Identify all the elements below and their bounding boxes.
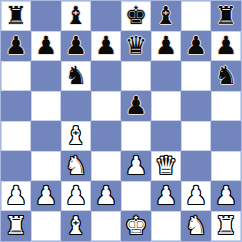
black-bishop: ♝ [155,3,177,28]
square-e4[interactable] [121,121,151,151]
square-b4[interactable] [31,121,61,151]
square-h7[interactable]: ♟ [211,31,241,61]
white-pawn: ♟ [125,153,147,178]
square-e6[interactable] [121,61,151,91]
square-f1[interactable] [151,211,181,241]
square-c7[interactable]: ♟ [61,31,91,61]
square-h8[interactable]: ♜ [211,1,241,31]
square-g6[interactable] [181,61,211,91]
black-knight: ♞ [215,63,237,88]
square-h3[interactable] [211,151,241,181]
square-b2[interactable]: ♟ [31,181,61,211]
square-a5[interactable] [1,91,31,121]
black-pawn: ♟ [155,33,177,58]
white-bishop: ♝ [65,213,87,238]
square-d6[interactable] [91,61,121,91]
square-f3[interactable]: ♛ [151,151,181,181]
square-c2[interactable]: ♟ [61,181,91,211]
black-pawn: ♟ [95,33,117,58]
square-f7[interactable]: ♟ [151,31,181,61]
white-pawn: ♟ [65,183,87,208]
square-c5[interactable] [61,91,91,121]
square-b1[interactable] [31,211,61,241]
square-f6[interactable] [151,61,181,91]
black-bishop: ♝ [65,3,87,28]
square-g4[interactable] [181,121,211,151]
black-pawn: ♟ [125,93,147,118]
square-h2[interactable]: ♟ [211,181,241,211]
square-d5[interactable] [91,91,121,121]
square-c3[interactable]: ♞ [61,151,91,181]
square-e7[interactable]: ♛ [121,31,151,61]
black-pawn: ♟ [215,33,237,58]
white-bishop: ♝ [65,123,87,148]
white-rook: ♜ [215,213,237,238]
square-e2[interactable] [121,181,151,211]
square-c1[interactable]: ♝ [61,211,91,241]
square-d8[interactable] [91,1,121,31]
square-a4[interactable] [1,121,31,151]
black-pawn: ♟ [65,33,87,58]
square-h6[interactable]: ♞ [211,61,241,91]
square-c8[interactable]: ♝ [61,1,91,31]
black-rook: ♜ [215,3,237,28]
square-a6[interactable] [1,61,31,91]
square-f8[interactable]: ♝ [151,1,181,31]
square-d7[interactable]: ♟ [91,31,121,61]
white-knight: ♞ [65,153,87,178]
black-queen: ♛ [125,33,147,58]
black-pawn: ♟ [35,33,57,58]
square-c6[interactable]: ♞ [61,61,91,91]
square-d1[interactable] [91,211,121,241]
square-b5[interactable] [31,91,61,121]
white-king: ♚ [125,213,147,238]
square-h1[interactable]: ♜ [211,211,241,241]
square-g1[interactable]: ♞ [181,211,211,241]
square-a2[interactable]: ♟ [1,181,31,211]
square-f2[interactable]: ♟ [151,181,181,211]
white-pawn: ♟ [215,183,237,208]
black-king: ♚ [125,3,147,28]
square-a8[interactable]: ♜ [1,1,31,31]
white-pawn: ♟ [155,183,177,208]
square-a3[interactable] [1,151,31,181]
black-rook: ♜ [5,3,27,28]
square-g2[interactable]: ♟ [181,181,211,211]
square-b6[interactable] [31,61,61,91]
square-g8[interactable] [181,1,211,31]
square-g7[interactable]: ♟ [181,31,211,61]
square-b7[interactable]: ♟ [31,31,61,61]
chess-board: ♜♝♚♝♜♟♟♟♟♛♟♟♟♞♞♟♝♞♟♛♟♟♟♟♟♟♟♜♝♚♞♜ [0,0,242,242]
square-b8[interactable] [31,1,61,31]
square-g3[interactable] [181,151,211,181]
square-e1[interactable]: ♚ [121,211,151,241]
square-e8[interactable]: ♚ [121,1,151,31]
white-queen: ♛ [155,153,177,178]
square-g5[interactable] [181,91,211,121]
square-b3[interactable] [31,151,61,181]
square-d4[interactable] [91,121,121,151]
square-a7[interactable]: ♟ [1,31,31,61]
square-c4[interactable]: ♝ [61,121,91,151]
square-h4[interactable] [211,121,241,151]
white-pawn: ♟ [5,183,27,208]
square-e3[interactable]: ♟ [121,151,151,181]
white-knight: ♞ [185,213,207,238]
white-pawn: ♟ [95,183,117,208]
square-a1[interactable]: ♜ [1,211,31,241]
square-h5[interactable] [211,91,241,121]
white-pawn: ♟ [185,183,207,208]
square-f4[interactable] [151,121,181,151]
square-d3[interactable] [91,151,121,181]
square-f5[interactable] [151,91,181,121]
square-d2[interactable]: ♟ [91,181,121,211]
black-knight: ♞ [65,63,87,88]
black-pawn: ♟ [5,33,27,58]
square-e5[interactable]: ♟ [121,91,151,121]
white-pawn: ♟ [35,183,57,208]
white-rook: ♜ [5,213,27,238]
black-pawn: ♟ [185,33,207,58]
